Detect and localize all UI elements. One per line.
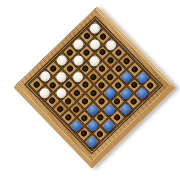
peg-hole — [64, 97, 72, 105]
peg-hole — [113, 97, 121, 105]
product-photo-stage — [0, 0, 180, 180]
peg-hole — [130, 97, 138, 105]
peg-hole — [80, 113, 88, 121]
peg-hole — [113, 114, 121, 122]
peg-hole — [72, 105, 80, 113]
peg-hole — [90, 73, 98, 81]
peg-hole — [81, 81, 89, 89]
peg-hole — [82, 65, 90, 73]
peg-hole — [146, 81, 154, 89]
peg-hole — [49, 81, 57, 89]
peg-hole — [97, 81, 105, 89]
blue-peg[interactable] — [87, 137, 97, 146]
peg-hole — [56, 105, 64, 113]
peg-hole — [97, 97, 105, 105]
peg-hole — [65, 81, 73, 89]
peg-hole — [48, 97, 56, 105]
peg-hole — [32, 80, 40, 88]
peg-hole — [106, 73, 114, 81]
blue-peg[interactable] — [137, 89, 147, 98]
peg-hole — [64, 113, 72, 121]
peg-hole — [80, 130, 88, 138]
peg-hole — [66, 48, 74, 56]
peg-hole — [130, 81, 138, 89]
peg-hole — [130, 65, 138, 73]
board-face — [17, 9, 170, 161]
blue-peg[interactable] — [121, 105, 131, 114]
peg-hole — [106, 57, 114, 65]
peg-hole — [65, 64, 73, 72]
peg-hole — [81, 97, 89, 105]
peg-hole — [99, 32, 107, 40]
peg-hole — [98, 48, 106, 56]
peg-hole — [83, 32, 91, 40]
peg-hole — [114, 65, 122, 73]
peg-hole — [114, 81, 122, 89]
blue-peg[interactable] — [104, 121, 114, 130]
peg-hole — [49, 64, 57, 72]
peg-hole — [97, 113, 105, 121]
peg-hole — [98, 65, 106, 73]
peg-hole — [115, 49, 123, 57]
peg-hole — [89, 89, 97, 97]
checkers-grid — [27, 19, 160, 152]
checkers-board-box — [13, 6, 176, 169]
peg-hole — [123, 57, 131, 65]
peg-hole — [73, 89, 81, 97]
peg-hole — [96, 130, 104, 138]
peg-hole — [82, 48, 90, 56]
